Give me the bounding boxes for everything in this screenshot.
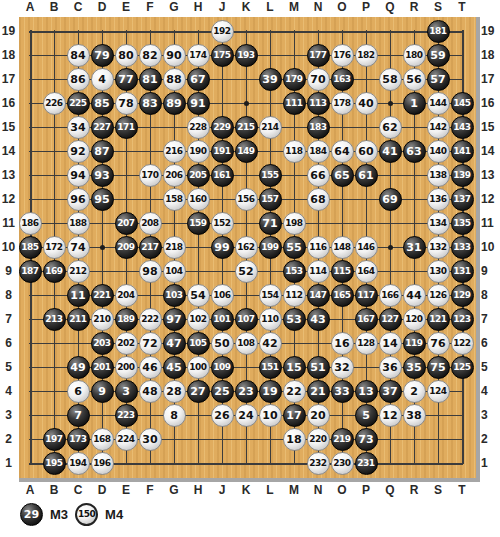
label-left-17: 17 [0,73,17,86]
black-stone-D4: 9 [91,380,114,403]
white-stone-G3: 8 [163,404,186,427]
white-stone-O6: 16 [331,332,354,355]
label-bottom-G: G [162,484,186,497]
black-stone-A10: 185 [19,236,42,259]
white-stone-S4: 124 [427,380,450,403]
white-stone-L7: 110 [259,308,282,331]
label-top-H: H [186,1,210,14]
black-stone-P4: 13 [355,380,378,403]
black-stone-G8: 103 [163,284,186,307]
black-stone-O8: 165 [331,284,354,307]
label-top-N: N [306,1,330,14]
white-stone-E8: 204 [115,284,138,307]
black-stone-O9: 115 [331,260,354,283]
white-stone-F6: 72 [139,332,162,355]
black-stone-T13: 139 [451,164,474,187]
label-left-1: 1 [0,457,17,470]
black-stone-C7: 211 [67,308,90,331]
black-stone-P2: 73 [355,428,378,451]
black-stone-D18: 79 [91,44,114,67]
black-stone-S5: 75 [427,356,450,379]
label-left-14: 14 [0,145,17,158]
label-left-10: 10 [0,241,17,254]
white-stone-F18: 82 [139,44,162,67]
white-stone-H7: 102 [187,308,210,331]
label-left-11: 11 [0,217,17,230]
white-stone-Q6: 14 [379,332,402,355]
white-stone-K12: 156 [235,188,258,211]
white-stone-P6: 128 [355,332,378,355]
label-bottom-F: F [138,484,162,497]
white-stone-K6: 108 [235,332,258,355]
black-stone-J5: 109 [211,356,234,379]
black-stone-T9: 131 [451,260,474,283]
white-stone-A11: 186 [19,212,42,235]
white-stone-E18: 80 [115,44,138,67]
white-stone-M4: 22 [283,380,306,403]
white-stone-F7: 222 [139,308,162,331]
label-right-14: 14 [481,145,500,158]
black-stone-C16: 225 [67,92,90,115]
black-stone-S18: 59 [427,44,450,67]
white-stone-G10: 218 [163,236,186,259]
black-stone-H13: 205 [187,164,210,187]
white-stone-Q15: 62 [379,116,402,139]
label-top-B: B [42,1,66,14]
black-stone-S19: 181 [427,20,450,43]
label-left-4: 4 [0,385,17,398]
label-bottom-Q: Q [378,484,402,497]
white-stone-M14: 118 [283,140,306,163]
white-stone-O14: 64 [331,140,354,163]
white-stone-S14: 140 [427,140,450,163]
black-stone-T12: 137 [451,188,474,211]
white-stone-C18: 84 [67,44,90,67]
black-stone-E10: 209 [115,236,138,259]
caption-white-stone: 150 [75,503,98,526]
black-stone-K15: 215 [235,116,258,139]
black-stone-R6: 119 [403,332,426,355]
white-stone-R8: 44 [403,284,426,307]
white-stone-O1: 230 [331,452,354,475]
white-stone-G18: 90 [163,44,186,67]
white-stone-M11: 198 [283,212,306,235]
star-point [388,245,393,250]
label-right-11: 11 [481,217,500,230]
label-right-16: 16 [481,97,500,110]
white-stone-H18: 174 [187,44,210,67]
white-stone-P10: 146 [355,236,378,259]
white-stone-N1: 232 [307,452,330,475]
white-stone-R18: 180 [403,44,426,67]
black-stone-A9: 187 [19,260,42,283]
label-right-19: 19 [481,25,500,38]
black-stone-E17: 77 [115,68,138,91]
white-stone-N12: 68 [307,188,330,211]
white-stone-H8: 54 [187,284,210,307]
white-stone-F13: 170 [139,164,162,187]
label-right-3: 3 [481,409,500,422]
black-stone-O17: 163 [331,68,354,91]
label-right-5: 5 [481,361,500,374]
black-stone-D6: 203 [91,332,114,355]
label-bottom-K: K [234,484,258,497]
black-stone-N7: 43 [307,308,330,331]
label-top-M: M [282,1,306,14]
label-right-1: 1 [481,457,500,470]
label-right-15: 15 [481,121,500,134]
white-stone-H5: 100 [187,356,210,379]
white-stone-H12: 160 [187,188,210,211]
white-stone-G4: 28 [163,380,186,403]
label-right-8: 8 [481,289,500,302]
label-bottom-M: M [282,484,306,497]
black-stone-Q14: 41 [379,140,402,163]
white-stone-D1: 196 [91,452,114,475]
black-stone-D5: 201 [91,356,114,379]
black-stone-L4: 19 [259,380,282,403]
label-left-18: 18 [0,49,17,62]
black-stone-D13: 93 [91,164,114,187]
label-left-3: 3 [0,409,17,422]
white-stone-F2: 30 [139,428,162,451]
white-stone-E5: 200 [115,356,138,379]
black-stone-L17: 39 [259,68,282,91]
black-stone-T7: 123 [451,308,474,331]
white-stone-O16: 178 [331,92,354,115]
white-stone-H14: 190 [187,140,210,163]
black-stone-Q12: 69 [379,188,402,211]
black-stone-M3: 17 [283,404,306,427]
black-stone-E7: 189 [115,308,138,331]
white-stone-R17: 56 [403,68,426,91]
black-stone-J14: 191 [211,140,234,163]
white-stone-C9: 212 [67,260,90,283]
label-bottom-S: S [426,484,450,497]
label-top-O: O [330,1,354,14]
black-stone-K4: 23 [235,380,258,403]
black-stone-T14: 141 [451,140,474,163]
white-stone-S8: 126 [427,284,450,307]
label-left-12: 12 [0,193,17,206]
black-stone-L5: 151 [259,356,282,379]
label-top-G: G [162,1,186,14]
white-stone-O5: 32 [331,356,354,379]
go-board[interactable]: 1234567891011121314151617181920212223242… [19,17,480,482]
black-stone-J18: 175 [211,44,234,67]
black-stone-J4: 25 [211,380,234,403]
label-bottom-J: J [210,484,234,497]
label-right-6: 6 [481,337,500,350]
white-stone-E16: 78 [115,92,138,115]
white-stone-N3: 20 [307,404,330,427]
label-left-6: 6 [0,337,17,350]
white-stone-F4: 48 [139,380,162,403]
label-right-17: 17 [481,73,500,86]
star-point [388,101,393,106]
black-stone-B2: 197 [43,428,66,451]
label-bottom-N: N [306,484,330,497]
black-stone-C2: 173 [67,428,90,451]
black-stone-G16: 89 [163,92,186,115]
black-stone-T11: 135 [451,212,474,235]
black-stone-N18: 177 [307,44,330,67]
white-stone-S16: 144 [427,92,450,115]
label-top-F: F [138,1,162,14]
black-stone-F16: 83 [139,92,162,115]
caption-black-move-number: 29 [24,509,39,520]
white-stone-N10: 116 [307,236,330,259]
white-stone-O10: 148 [331,236,354,259]
white-stone-R4: 2 [403,380,426,403]
white-stone-P16: 40 [355,92,378,115]
white-stone-H15: 228 [187,116,210,139]
black-stone-E15: 171 [115,116,138,139]
label-bottom-P: P [354,484,378,497]
white-stone-S15: 142 [427,116,450,139]
caption-white-location: M4 [105,507,123,522]
white-stone-J3: 26 [211,404,234,427]
black-stone-R10: 31 [403,236,426,259]
white-stone-D7: 210 [91,308,114,331]
black-stone-N8: 147 [307,284,330,307]
black-stone-R5: 35 [403,356,426,379]
white-stone-J8: 106 [211,284,234,307]
white-stone-P9: 164 [355,260,378,283]
label-left-16: 16 [0,97,17,110]
black-stone-O4: 33 [331,380,354,403]
black-stone-O13: 65 [331,164,354,187]
black-stone-T10: 133 [451,236,474,259]
black-stone-S17: 57 [427,68,450,91]
label-right-7: 7 [481,313,500,326]
label-bottom-L: L [258,484,282,497]
black-stone-H6: 105 [187,332,210,355]
move-caption: 29 M3 150 M4 [20,502,123,526]
black-stone-H16: 91 [187,92,210,115]
black-stone-M10: 55 [283,236,306,259]
label-bottom-A: A [18,484,42,497]
caption-black-location: M3 [50,507,68,522]
white-stone-S13: 138 [427,164,450,187]
black-stone-E11: 207 [115,212,138,235]
label-left-7: 7 [0,313,17,326]
black-stone-L13: 155 [259,164,282,187]
white-stone-K10: 162 [235,236,258,259]
white-stone-N17: 70 [307,68,330,91]
white-stone-S11: 134 [427,212,450,235]
black-stone-T8: 129 [451,284,474,307]
black-stone-P8: 117 [355,284,378,307]
black-stone-N15: 183 [307,116,330,139]
black-stone-P3: 5 [355,404,378,427]
black-stone-B7: 213 [43,308,66,331]
black-stone-G7: 97 [163,308,186,331]
black-stone-F17: 81 [139,68,162,91]
label-top-Q: Q [378,1,402,14]
white-stone-C1: 194 [67,452,90,475]
label-top-L: L [258,1,282,14]
black-stone-H4: 27 [187,380,210,403]
white-stone-N13: 66 [307,164,330,187]
label-top-D: D [90,1,114,14]
white-stone-L8: 154 [259,284,282,307]
label-bottom-B: B [42,484,66,497]
black-stone-R14: 63 [403,140,426,163]
white-stone-C13: 94 [67,164,90,187]
black-stone-M9: 153 [283,260,306,283]
black-stone-C8: 11 [67,284,90,307]
caption-black-stone: 29 [20,503,43,526]
black-stone-D16: 85 [91,92,114,115]
white-stone-Q5: 36 [379,356,402,379]
white-stone-O18: 176 [331,44,354,67]
white-stone-S10: 132 [427,236,450,259]
black-stone-M5: 15 [283,356,306,379]
black-stone-P1: 231 [355,452,378,475]
white-stone-T6: 122 [451,332,474,355]
white-stone-K9: 52 [235,260,258,283]
black-stone-P13: 61 [355,164,378,187]
white-stone-M2: 18 [283,428,306,451]
white-stone-G12: 158 [163,188,186,211]
label-right-2: 2 [481,433,500,446]
label-left-13: 13 [0,169,17,182]
white-stone-L3: 10 [259,404,282,427]
star-point [244,101,249,106]
white-stone-R7: 120 [403,308,426,331]
label-left-15: 15 [0,121,17,134]
white-stone-C12: 96 [67,188,90,211]
label-bottom-O: O [330,484,354,497]
black-stone-E4: 3 [115,380,138,403]
black-stone-L10: 199 [259,236,282,259]
black-stone-D14: 87 [91,140,114,163]
white-stone-Q8: 166 [379,284,402,307]
black-stone-F10: 217 [139,236,162,259]
black-stone-C5: 49 [67,356,90,379]
white-stone-P18: 182 [355,44,378,67]
black-stone-Q7: 127 [379,308,402,331]
label-right-4: 4 [481,385,500,398]
white-stone-J19: 192 [211,20,234,43]
white-stone-G9: 104 [163,260,186,283]
white-stone-L6: 42 [259,332,282,355]
black-stone-T15: 143 [451,116,474,139]
black-stone-O2: 219 [331,428,354,451]
black-stone-D15: 227 [91,116,114,139]
label-right-13: 13 [481,169,500,182]
white-stone-C17: 86 [67,68,90,91]
black-stone-K18: 193 [235,44,258,67]
black-stone-B1: 195 [43,452,66,475]
black-stone-C3: 7 [67,404,90,427]
black-stone-M16: 111 [283,92,306,115]
black-stone-J13: 161 [211,164,234,187]
black-stone-N5: 51 [307,356,330,379]
white-stone-F11: 208 [139,212,162,235]
black-stone-J15: 229 [211,116,234,139]
label-top-A: A [18,1,42,14]
black-stone-D12: 95 [91,188,114,211]
white-stone-N14: 184 [307,140,330,163]
black-stone-K14: 149 [235,140,258,163]
label-left-19: 19 [0,25,17,38]
label-left-9: 9 [0,265,17,278]
black-stone-S7: 121 [427,308,450,331]
label-top-T: T [450,1,474,14]
white-stone-P14: 60 [355,140,378,163]
white-stone-C11: 188 [67,212,90,235]
black-stone-H11: 159 [187,212,210,235]
label-bottom-T: T [450,484,474,497]
label-top-J: J [210,1,234,14]
black-stone-T16: 145 [451,92,474,115]
black-stone-H17: 67 [187,68,210,91]
label-right-12: 12 [481,193,500,206]
white-stone-F9: 98 [139,260,162,283]
black-stone-L12: 157 [259,188,282,211]
white-stone-E6: 202 [115,332,138,355]
caption-white-move-number: 150 [78,510,95,519]
black-stone-Q4: 37 [379,380,402,403]
black-stone-R16: 1 [403,92,426,115]
white-stone-S6: 76 [427,332,450,355]
black-stone-D8: 221 [91,284,114,307]
white-stone-C15: 34 [67,116,90,139]
black-stone-J7: 101 [211,308,234,331]
black-stone-T5: 125 [451,356,474,379]
white-stone-D17: 4 [91,68,114,91]
black-stone-J10: 99 [211,236,234,259]
label-top-S: S [426,1,450,14]
label-right-9: 9 [481,265,500,278]
black-stone-M17: 179 [283,68,306,91]
white-stone-G13: 206 [163,164,186,187]
black-stone-N4: 21 [307,380,330,403]
label-top-E: E [114,1,138,14]
white-stone-C14: 92 [67,140,90,163]
black-stone-G5: 45 [163,356,186,379]
black-stone-K7: 107 [235,308,258,331]
white-stone-G14: 216 [163,140,186,163]
white-stone-S12: 136 [427,188,450,211]
white-stone-S9: 130 [427,260,450,283]
white-stone-R3: 38 [403,404,426,427]
white-stone-B10: 172 [43,236,66,259]
black-stone-E3: 223 [115,404,138,427]
label-top-K: K [234,1,258,14]
white-stone-N9: 114 [307,260,330,283]
label-left-8: 8 [0,289,17,302]
white-stone-L15: 214 [259,116,282,139]
label-right-10: 10 [481,241,500,254]
black-stone-L11: 71 [259,212,282,235]
label-top-R: R [402,1,426,14]
label-left-2: 2 [0,433,17,446]
white-stone-Q17: 58 [379,68,402,91]
white-stone-G17: 88 [163,68,186,91]
white-stone-K3: 24 [235,404,258,427]
label-bottom-H: H [186,484,210,497]
black-stone-P7: 167 [355,308,378,331]
white-stone-Q3: 12 [379,404,402,427]
white-stone-M8: 112 [283,284,306,307]
star-point [100,245,105,250]
black-stone-G6: 47 [163,332,186,355]
white-stone-C10: 74 [67,236,90,259]
black-stone-B9: 169 [43,260,66,283]
